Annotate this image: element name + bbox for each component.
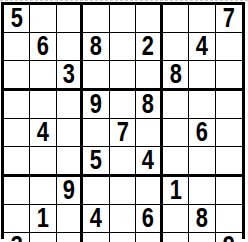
given-digit: 4 xyxy=(196,32,208,60)
cell-r1c1[interactable]: 5 xyxy=(4,5,30,33)
cell-r3c2[interactable] xyxy=(30,61,56,91)
cell-r9c1[interactable]: 3 xyxy=(4,233,30,242)
cell-r8c5[interactable] xyxy=(110,205,136,233)
cell-r6c1[interactable] xyxy=(4,147,30,177)
cell-r2c5[interactable] xyxy=(110,33,136,61)
cell-r1c9[interactable]: 7 xyxy=(216,5,242,33)
cell-r6c3[interactable] xyxy=(57,147,83,177)
cell-r4c8[interactable] xyxy=(189,91,215,119)
given-digit: 4 xyxy=(37,118,49,146)
cell-r7c1[interactable] xyxy=(4,177,30,205)
cell-r6c9[interactable] xyxy=(216,147,242,177)
cell-r4c4[interactable]: 9 xyxy=(83,91,109,119)
cell-r1c4[interactable] xyxy=(83,5,109,33)
cell-r8c7[interactable] xyxy=(163,205,189,233)
given-digit: 8 xyxy=(169,60,181,88)
cell-r3c7[interactable]: 8 xyxy=(163,61,189,91)
cell-r7c9[interactable] xyxy=(216,177,242,205)
cell-r4c2[interactable] xyxy=(30,91,56,119)
cell-r9c5[interactable] xyxy=(110,233,136,242)
cell-r9c3[interactable] xyxy=(57,233,83,242)
cell-r3c1[interactable] xyxy=(4,61,30,91)
given-digit: 4 xyxy=(90,204,102,232)
cell-r9c7[interactable] xyxy=(163,233,189,242)
cell-r5c7[interactable] xyxy=(163,119,189,147)
cell-r6c2[interactable] xyxy=(30,147,56,177)
cell-r6c6[interactable]: 4 xyxy=(136,147,162,177)
given-digit: 4 xyxy=(142,146,154,174)
cell-r3c9[interactable] xyxy=(216,61,242,91)
cell-r8c1[interactable] xyxy=(4,205,30,233)
cell-r8c4[interactable]: 4 xyxy=(83,205,109,233)
cell-r4c7[interactable] xyxy=(163,91,189,119)
cell-r4c6[interactable]: 8 xyxy=(136,91,162,119)
cell-r2c7[interactable] xyxy=(163,33,189,61)
cell-r3c3[interactable]: 3 xyxy=(57,61,83,91)
cell-r2c3[interactable] xyxy=(57,33,83,61)
cell-r6c7[interactable] xyxy=(163,147,189,177)
cell-r8c9[interactable] xyxy=(216,205,242,233)
cell-r5c1[interactable] xyxy=(4,119,30,147)
given-digit: 6 xyxy=(142,204,154,232)
cell-r7c3[interactable]: 9 xyxy=(57,177,83,205)
given-digit: 1 xyxy=(37,204,49,232)
given-digit: 3 xyxy=(63,60,75,88)
cell-r9c9[interactable]: 9 xyxy=(216,233,242,242)
given-digit: 8 xyxy=(196,204,208,232)
cell-r1c8[interactable] xyxy=(189,5,215,33)
cell-r5c2[interactable]: 4 xyxy=(30,119,56,147)
given-digit: 1 xyxy=(169,176,181,204)
cell-r1c5[interactable] xyxy=(110,5,136,33)
cell-r2c6[interactable]: 2 xyxy=(136,33,162,61)
cell-r3c8[interactable] xyxy=(189,61,215,91)
cell-r7c8[interactable] xyxy=(189,177,215,205)
cell-r8c6[interactable]: 6 xyxy=(136,205,162,233)
cell-r2c8[interactable]: 4 xyxy=(189,33,215,61)
cell-r9c2[interactable] xyxy=(30,233,56,242)
given-digit: 7 xyxy=(116,118,128,146)
cell-r5c5[interactable]: 7 xyxy=(110,119,136,147)
cell-r6c8[interactable] xyxy=(189,147,215,177)
given-digit: 7 xyxy=(223,4,235,32)
cell-r7c6[interactable] xyxy=(136,177,162,205)
sudoku-sheet: 57682438984765491146839 xyxy=(0,0,248,242)
cell-r5c6[interactable] xyxy=(136,119,162,147)
cell-r7c4[interactable] xyxy=(83,177,109,205)
cell-r8c8[interactable]: 8 xyxy=(189,205,215,233)
cell-r3c5[interactable] xyxy=(110,61,136,91)
cell-r1c3[interactable] xyxy=(57,5,83,33)
given-digit: 8 xyxy=(90,32,102,60)
cell-r5c4[interactable] xyxy=(83,119,109,147)
given-digit: 9 xyxy=(223,232,235,242)
cell-r1c7[interactable] xyxy=(163,5,189,33)
cell-r2c4[interactable]: 8 xyxy=(83,33,109,61)
cell-r4c1[interactable] xyxy=(4,91,30,119)
cell-r7c7[interactable]: 1 xyxy=(163,177,189,205)
cell-r6c5[interactable] xyxy=(110,147,136,177)
cell-r5c8[interactable]: 6 xyxy=(189,119,215,147)
given-digit: 5 xyxy=(90,146,102,174)
cell-r1c6[interactable] xyxy=(136,5,162,33)
given-digit: 5 xyxy=(11,4,23,32)
given-digit: 9 xyxy=(90,90,102,118)
cell-r9c6[interactable] xyxy=(136,233,162,242)
given-digit: 6 xyxy=(196,118,208,146)
given-digit: 8 xyxy=(142,90,154,118)
given-digit: 9 xyxy=(63,176,75,204)
cell-r2c2[interactable]: 6 xyxy=(30,33,56,61)
cell-r1c2[interactable] xyxy=(30,5,56,33)
cell-r8c3[interactable] xyxy=(57,205,83,233)
spreadsheet-gridline xyxy=(0,0,248,1)
cell-r8c2[interactable]: 1 xyxy=(30,205,56,233)
given-digit: 2 xyxy=(142,32,154,60)
given-digit: 3 xyxy=(11,232,23,242)
cell-r4c5[interactable] xyxy=(110,91,136,119)
cell-r9c8[interactable] xyxy=(189,233,215,242)
sudoku-board: 57682438984765491146839 xyxy=(1,2,245,239)
given-digit: 6 xyxy=(37,32,49,60)
cell-r2c1[interactable] xyxy=(4,33,30,61)
cell-r9c4[interactable] xyxy=(83,233,109,242)
cell-r4c9[interactable] xyxy=(216,91,242,119)
cell-r5c3[interactable] xyxy=(57,119,83,147)
cell-r3c6[interactable] xyxy=(136,61,162,91)
cell-r2c9[interactable] xyxy=(216,33,242,61)
cell-r7c5[interactable] xyxy=(110,177,136,205)
cell-r4c3[interactable] xyxy=(57,91,83,119)
cell-r5c9[interactable] xyxy=(216,119,242,147)
cell-r7c2[interactable] xyxy=(30,177,56,205)
cell-r6c4[interactable]: 5 xyxy=(83,147,109,177)
cell-r3c4[interactable] xyxy=(83,61,109,91)
